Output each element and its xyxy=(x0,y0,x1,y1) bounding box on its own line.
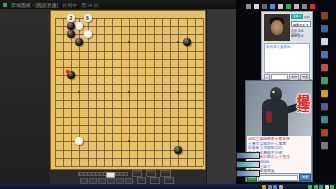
star-point xyxy=(128,91,130,93)
tray-icon[interactable] xyxy=(319,185,323,189)
move-number-label: 2 xyxy=(67,14,75,22)
minimized-window-bar[interactable] xyxy=(236,152,260,159)
system-tray-icons[interactable] xyxy=(308,185,334,189)
grid-line-v xyxy=(137,18,138,167)
desktop-icon[interactable] xyxy=(321,116,328,123)
desktop-icon[interactable] xyxy=(262,4,267,9)
control-button-2[interactable]: ···· xyxy=(146,170,156,177)
video-chat-window: 直播中 在线 视频设置 ▼ 画质:流畅 (480P) 延迟:正常 欢迎进入直播间… xyxy=(261,11,313,80)
grid-line-v xyxy=(154,18,155,167)
desktop-icon[interactable] xyxy=(321,64,328,71)
danmaku-input[interactable] xyxy=(258,175,298,181)
client-left-panel xyxy=(0,9,50,184)
grid-line-h xyxy=(55,125,204,126)
title-players: 黑 vs 白 xyxy=(81,2,99,8)
nav-mini-button[interactable] xyxy=(98,178,106,184)
video-settings-dropdown[interactable]: 视频设置 ▼ xyxy=(291,21,311,27)
desktop-icon[interactable] xyxy=(302,4,307,9)
white-stone xyxy=(75,137,83,145)
desktop-icon[interactable] xyxy=(321,38,328,45)
grid-line-h xyxy=(55,166,204,167)
ultraman-head xyxy=(270,87,282,101)
desktop-icon[interactable] xyxy=(321,129,328,136)
desktop-right: 直播中 在线 视频设置 ▼ 画质:流畅 (480P) 延迟:正常 欢迎进入直播间… xyxy=(236,0,336,189)
danmaku-send-button[interactable]: 发送 xyxy=(299,174,311,181)
desktop-top-icon-row[interactable] xyxy=(246,4,315,9)
control-button-5[interactable]: ···· xyxy=(150,177,160,184)
nav-mini-button[interactable] xyxy=(116,178,124,184)
grid-line-v xyxy=(145,18,146,167)
desktop-icon[interactable] xyxy=(321,90,328,97)
desktop-side-icon-column[interactable] xyxy=(321,12,328,149)
white-stone: 2 xyxy=(67,14,75,22)
title-status: 对局中 xyxy=(62,2,77,8)
black-stone xyxy=(67,71,75,79)
minimized-window-bar[interactable] xyxy=(236,170,260,177)
grid-line-v xyxy=(195,18,196,167)
streamer-face-skin xyxy=(271,20,283,35)
overlay-caption: 记得三连 xyxy=(296,82,311,90)
desktop-icon[interactable] xyxy=(294,4,299,9)
grid-line-h xyxy=(55,117,204,118)
taskbar[interactable] xyxy=(0,184,336,189)
grid-line-v xyxy=(162,18,163,167)
go-board[interactable]: 26 xyxy=(50,10,206,170)
last-move-marker xyxy=(66,70,69,73)
desktop-icon[interactable] xyxy=(321,25,328,32)
quick-launch-icon[interactable] xyxy=(268,185,272,189)
quick-launch-icon[interactable] xyxy=(262,185,266,189)
control-button-3[interactable]: ····· xyxy=(160,170,171,177)
ultraman-image: 记得三连 xyxy=(246,81,312,136)
desktop-icon[interactable] xyxy=(321,142,328,149)
nav-mini-button[interactable] xyxy=(89,178,97,184)
move-slider[interactable] xyxy=(78,172,128,176)
ultraman-red-stripe xyxy=(266,111,272,123)
go-client-window: 弈城围棋 - [观战直播] 对局中 黑 vs 白 26 ···· ···· ··… xyxy=(0,0,236,184)
black-stone xyxy=(67,22,75,30)
control-button-4[interactable]: ··· xyxy=(137,177,146,184)
desktop-icon[interactable] xyxy=(321,51,328,58)
controls-row-1: ···· ···· ····· xyxy=(50,171,206,176)
latency-info: 延迟:正常 xyxy=(291,34,304,38)
tray-icon[interactable] xyxy=(308,185,312,189)
desktop-icon[interactable] xyxy=(321,12,328,19)
minimized-windows[interactable] xyxy=(236,152,260,177)
tray-icon[interactable] xyxy=(330,185,334,189)
desktop-icon[interactable] xyxy=(310,4,315,9)
white-stone xyxy=(84,30,92,38)
client-titlebar[interactable]: 弈城围棋 - [观战直播] 对局中 黑 vs 白 xyxy=(0,0,236,9)
grid-line-h xyxy=(55,100,204,101)
grid-line-v xyxy=(170,18,171,167)
white-stone: 6 xyxy=(84,14,92,22)
desktop-icon[interactable] xyxy=(321,103,328,110)
tray-icon[interactable] xyxy=(325,185,329,189)
quick-launch-icons[interactable] xyxy=(262,185,283,189)
grid-line-v xyxy=(203,18,204,167)
black-stone xyxy=(183,38,191,46)
welcome-message: 欢迎进入直播间 xyxy=(265,44,309,50)
window-title: 弈城围棋 - [观战直播] xyxy=(11,2,58,8)
nav-mini-button[interactable] xyxy=(80,178,88,184)
desktop-icon[interactable] xyxy=(270,4,275,9)
black-stone xyxy=(75,38,83,46)
desktop-icon[interactable] xyxy=(286,4,291,9)
nav-mini-buttons[interactable] xyxy=(80,178,133,184)
online-label: 在线 xyxy=(304,15,310,19)
board-controls: ···· ···· ····· ··· ···· ···· xyxy=(50,171,206,184)
nav-mini-button[interactable] xyxy=(107,178,115,184)
black-stone xyxy=(174,146,182,154)
desktop-icon[interactable] xyxy=(246,4,251,9)
control-button-6[interactable]: ···· xyxy=(164,177,174,184)
controls-row-2: ··· ···· ···· xyxy=(50,178,206,183)
control-button-1[interactable]: ···· xyxy=(132,170,142,177)
live-badge: 直播中 xyxy=(291,14,303,19)
desktop-icon[interactable] xyxy=(254,4,259,9)
ultraman-eye xyxy=(272,91,275,93)
move-number-label: 6 xyxy=(84,14,92,22)
minimized-window-bar[interactable] xyxy=(236,161,260,168)
quick-launch-icon[interactable] xyxy=(273,185,277,189)
chat-message-area: 欢迎进入直播间 xyxy=(264,43,310,73)
client-right-panel xyxy=(206,9,237,184)
tray-icon[interactable] xyxy=(314,185,318,189)
grid-line-h xyxy=(55,133,204,134)
webcam-feed xyxy=(264,14,290,41)
white-stone xyxy=(75,22,83,30)
grid-line-h xyxy=(55,158,204,159)
nav-mini-button[interactable] xyxy=(125,178,133,184)
desktop-icon[interactable] xyxy=(321,77,328,84)
quick-launch-icon[interactable] xyxy=(279,185,283,189)
app-icon xyxy=(3,3,7,7)
black-stone xyxy=(67,30,75,38)
desktop-icon[interactable] xyxy=(278,4,283,9)
grid-line-h xyxy=(55,108,204,109)
